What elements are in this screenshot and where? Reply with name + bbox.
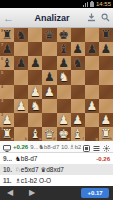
status-time: 14:55 [96, 0, 111, 8]
square-a8[interactable]: 8♜ [0, 28, 14, 42]
move-text: ♗c1-b2 O-O [15, 177, 108, 185]
white-pawn: ♟ [14, 99, 28, 113]
page-title: Analizar [17, 13, 87, 23]
black-queen: ♛ [42, 28, 56, 42]
square-b6[interactable]: ♟ [14, 56, 28, 70]
square-h8[interactable]: ♜ [99, 28, 113, 42]
square-d1[interactable]: d♛ [42, 127, 56, 141]
next-move-button[interactable]: ▶ [26, 186, 38, 200]
square-f6[interactable]: ♞ [71, 56, 85, 70]
square-b2[interactable] [14, 113, 28, 127]
chess-board: 8♜♞♛♚♜7♟♝♟♟♟6♝♟♟♟♞5♟♞4♟♟3♟♞♟2♟♟♟♟1a♜bc♝d… [0, 28, 113, 141]
white-knight: ♞ [28, 99, 42, 113]
square-b7[interactable] [14, 42, 28, 56]
analysis-panel: +0.26 9...♞b8-d7 10.♗b2 9... ♞b8-d7 -0.2… [0, 141, 113, 186]
square-g5[interactable] [85, 70, 99, 84]
square-g1[interactable]: g [85, 127, 99, 141]
prev-move-button[interactable]: ◀ [4, 186, 16, 200]
status-bar: 14:55 [0, 0, 113, 8]
square-g4[interactable] [85, 85, 99, 99]
square-a7[interactable]: 7♟ [0, 42, 14, 56]
black-rook: ♜ [99, 28, 113, 42]
black-king: ♚ [57, 28, 71, 42]
white-queen: ♛ [42, 127, 56, 141]
square-d6[interactable] [42, 56, 56, 70]
white-pawn: ♟ [99, 113, 113, 127]
square-h3[interactable] [99, 99, 113, 113]
square-a2[interactable]: 2♟ [0, 113, 14, 127]
move-row[interactable]: 10. ♘e5xd7 ♛d8xd7 [0, 164, 113, 175]
square-f8[interactable] [71, 28, 85, 42]
black-knight: ♞ [71, 56, 85, 70]
square-a4[interactable]: 4 [0, 85, 14, 99]
white-pawn: ♟ [85, 99, 99, 113]
square-d4[interactable]: ♟ [42, 85, 56, 99]
white-pawn: ♟ [28, 85, 42, 99]
square-b1[interactable]: b [14, 127, 28, 141]
square-e6[interactable]: ♟ [57, 56, 71, 70]
square-a6[interactable]: 6♝ [0, 56, 14, 70]
square-g7[interactable]: ♟ [85, 42, 99, 56]
rank-label: 3 [1, 99, 3, 103]
move-text: ♘e5xd7 ♛d8xd7 [15, 166, 108, 174]
square-d5[interactable]: ♟ [42, 70, 56, 84]
square-g2[interactable] [85, 113, 99, 127]
engine-eval: +0.26 [13, 144, 28, 150]
search-icon[interactable] [101, 13, 110, 22]
square-e5[interactable]: ♞ [57, 70, 71, 84]
square-e1[interactable]: e♚ [57, 127, 71, 141]
square-c5[interactable] [28, 70, 42, 84]
move-number: 11. [3, 177, 13, 184]
black-pawn: ♟ [99, 42, 113, 56]
black-pawn: ♟ [28, 56, 42, 70]
white-pawn: ♟ [0, 113, 14, 127]
square-h1[interactable]: h♜ [99, 127, 113, 141]
square-c8[interactable] [28, 28, 42, 42]
square-f2[interactable]: ♟ [71, 113, 85, 127]
square-c1[interactable]: c♝ [28, 127, 42, 141]
rank-label: 4 [1, 85, 3, 89]
black-bishop: ♝ [0, 56, 14, 70]
square-h6[interactable] [99, 56, 113, 70]
square-d2[interactable] [42, 113, 56, 127]
move-row[interactable]: 9... ♞b8-d7 -0.26 [0, 153, 113, 164]
square-d3[interactable] [42, 99, 56, 113]
bottom-nav-bar: ◀ ▶ +0.17 [0, 186, 113, 200]
square-c2[interactable] [28, 113, 42, 127]
engine-line: 9...♞b8-d7 10.♗b2 [30, 143, 81, 150]
square-c4[interactable]: ♟ [28, 85, 42, 99]
square-a5[interactable]: 5 [0, 70, 14, 84]
square-f5[interactable] [71, 70, 85, 84]
move-eval: -0.26 [96, 156, 110, 162]
white-pawn: ♟ [42, 85, 56, 99]
black-pawn: ♟ [71, 42, 85, 56]
white-rook: ♜ [0, 127, 14, 141]
square-e8[interactable]: ♚ [57, 28, 71, 42]
app-screen: 14:55 ← Analizar 8♜♞♛♚♜7♟♝♟♟♟6♝♟♟♟♞5♟♞4♟… [0, 0, 113, 200]
black-bishop: ♝ [57, 42, 71, 56]
square-c7[interactable] [28, 42, 42, 56]
rank-label: 5 [1, 71, 3, 75]
signal-icon [83, 2, 89, 7]
square-f4[interactable] [71, 85, 85, 99]
white-knight: ♞ [57, 70, 71, 84]
square-e4[interactable] [57, 85, 71, 99]
white-king: ♚ [57, 127, 71, 141]
file-label: g [95, 137, 97, 141]
square-b3[interactable]: ♟ [14, 99, 28, 113]
square-a3[interactable]: 3 [0, 99, 14, 113]
square-f3[interactable] [71, 99, 85, 113]
black-pawn: ♟ [85, 42, 99, 56]
square-e3[interactable] [57, 99, 71, 113]
black-pawn: ♟ [0, 42, 14, 56]
file-label: b [25, 137, 27, 141]
square-g8[interactable] [85, 28, 99, 42]
app-bar: ← Analizar [0, 8, 113, 28]
white-bishop: ♝ [28, 127, 42, 141]
white-pawn: ♟ [71, 113, 85, 127]
square-f1[interactable]: f♝ [71, 127, 85, 141]
battery-icon [90, 2, 94, 7]
square-g3[interactable]: ♟ [85, 99, 99, 113]
square-a1[interactable]: 1a♜ [0, 127, 14, 141]
square-h7[interactable]: ♟ [99, 42, 113, 56]
square-d8[interactable]: ♛ [42, 28, 56, 42]
evaluation-button[interactable]: +0.17 [81, 188, 109, 198]
square-c3[interactable]: ♞ [28, 99, 42, 113]
white-bishop: ♝ [71, 127, 85, 141]
square-b8[interactable]: ♞ [14, 28, 28, 42]
back-arrow-icon[interactable]: ← [3, 9, 17, 27]
black-pawn: ♟ [42, 70, 56, 84]
square-h4[interactable] [99, 85, 113, 99]
move-number: 9... [3, 155, 13, 162]
download-icon[interactable] [87, 13, 96, 22]
move-number: 10. [3, 166, 13, 173]
square-b5[interactable] [14, 70, 28, 84]
square-d7[interactable] [42, 42, 56, 56]
white-rook: ♜ [99, 127, 113, 141]
black-knight: ♞ [14, 28, 28, 42]
square-e2[interactable]: ♟ [57, 113, 71, 127]
square-g6[interactable] [85, 56, 99, 70]
square-f7[interactable]: ♟ [71, 42, 85, 56]
square-h5[interactable] [99, 70, 113, 84]
move-text: ♞b8-d7 [15, 155, 94, 163]
black-rook: ♜ [0, 28, 14, 42]
move-row[interactable]: 11. ♗c1-b2 O-O [0, 175, 113, 186]
square-e7[interactable]: ♝ [57, 42, 71, 56]
white-pawn: ♟ [57, 113, 71, 127]
square-b4[interactable] [14, 85, 28, 99]
black-pawn: ♟ [57, 56, 71, 70]
square-c6[interactable]: ♟ [28, 56, 42, 70]
black-pawn: ♟ [14, 56, 28, 70]
engine-analysis-row[interactable]: +0.26 9...♞b8-d7 10.♗b2 [0, 141, 113, 153]
square-h2[interactable]: ♟ [99, 113, 113, 127]
